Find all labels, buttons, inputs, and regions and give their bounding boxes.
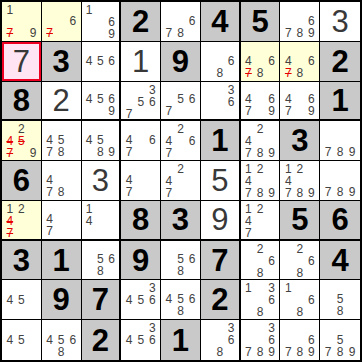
cell-r6c8[interactable]: 5 bbox=[280, 201, 320, 241]
candidate-digit: 8 bbox=[254, 67, 266, 79]
empty-slot bbox=[106, 67, 117, 78]
cell-r5c6[interactable]: 5 bbox=[201, 161, 241, 201]
cell-r8c3[interactable]: 7 bbox=[82, 280, 122, 320]
pencil-marks: 1368 bbox=[241, 280, 280, 319]
candidate-digit: 8 bbox=[294, 306, 306, 318]
candidate-digit: 8 bbox=[55, 186, 67, 198]
empty-slot bbox=[123, 346, 135, 358]
empty-slot bbox=[243, 255, 255, 267]
empty-slot bbox=[254, 93, 266, 105]
empty-slot bbox=[322, 322, 334, 334]
empty-slot bbox=[322, 282, 334, 293]
pencil-marks: 36 bbox=[201, 82, 239, 120]
empty-slot bbox=[243, 243, 255, 255]
empty-slot bbox=[294, 322, 306, 334]
empty-slot bbox=[282, 4, 294, 15]
pencil-marks: 2467 bbox=[161, 121, 200, 160]
empty-slot bbox=[254, 282, 266, 294]
empty-slot bbox=[95, 227, 106, 237]
given-digit: 9 bbox=[172, 46, 189, 77]
given-digit: 4 bbox=[331, 245, 348, 276]
cell-r6c6[interactable]: 9 bbox=[201, 201, 241, 241]
cell-r6c1[interactable]: 1247 bbox=[2, 201, 42, 241]
candidate-digit: 2 bbox=[16, 203, 28, 215]
empty-slot bbox=[67, 225, 79, 237]
candidate-digit: 7 bbox=[123, 146, 135, 158]
empty-slot bbox=[123, 96, 135, 108]
pencil-marks: 456 bbox=[82, 42, 120, 81]
empty-slot bbox=[147, 174, 159, 186]
empty-slot bbox=[95, 203, 106, 215]
candidate-digit: 6 bbox=[67, 334, 79, 346]
empty-slot bbox=[294, 44, 306, 55]
cell-r3c1[interactable]: 8 bbox=[2, 82, 42, 122]
given-digit: 6 bbox=[13, 165, 30, 196]
empty-slot bbox=[147, 186, 159, 198]
cell-r6c7[interactable]: 1247 bbox=[241, 201, 281, 241]
candidate-digit: 9 bbox=[266, 346, 278, 358]
candidate-digit: 6 bbox=[186, 253, 198, 265]
cell-r2c1[interactable]: 7 bbox=[2, 42, 42, 82]
cell-r1c6[interactable]: 4 bbox=[201, 2, 241, 42]
cell-r8c8[interactable]: 168 bbox=[280, 280, 320, 320]
candidate-digit: 9 bbox=[106, 28, 117, 40]
candidate-digit: 4 bbox=[123, 334, 135, 346]
given-digit: 7 bbox=[211, 245, 228, 276]
cell-r3c8[interactable]: 4679 bbox=[280, 82, 320, 122]
cell-r4c8[interactable]: 3 bbox=[280, 121, 320, 161]
empty-slot bbox=[44, 346, 56, 358]
pencil-marks: 4678 bbox=[280, 42, 319, 81]
cell-r4c1[interactable]: 24579 bbox=[2, 121, 42, 161]
cell-r5c3[interactable]: 3 bbox=[82, 161, 122, 201]
cell-r2c7[interactable]: 4678 bbox=[241, 42, 281, 82]
candidate-digit: 4 bbox=[44, 213, 56, 225]
empty-slot bbox=[123, 84, 135, 96]
candidate-digit: 4 bbox=[84, 93, 95, 105]
empty-slot bbox=[27, 123, 39, 135]
empty-slot bbox=[186, 175, 198, 187]
solved-digit: 9 bbox=[211, 204, 228, 235]
empty-slot bbox=[16, 346, 28, 358]
pencil-marks: 45 bbox=[2, 280, 41, 319]
empty-slot bbox=[243, 306, 255, 318]
cell-r1c7[interactable]: 5 bbox=[241, 2, 281, 42]
candidate-digit: 9 bbox=[266, 147, 278, 159]
pencil-marks: 24579 bbox=[2, 121, 41, 160]
cell-r5c7[interactable]: 124789 bbox=[241, 161, 281, 201]
empty-slot bbox=[27, 227, 39, 239]
empty-slot bbox=[67, 346, 79, 358]
cell-r7c5[interactable]: 568 bbox=[161, 241, 201, 281]
empty-slot bbox=[346, 163, 358, 174]
cell-r6c4[interactable]: 8 bbox=[121, 201, 161, 241]
empty-slot bbox=[254, 322, 266, 334]
empty-slot bbox=[135, 174, 147, 186]
pencil-marks: 124789 bbox=[280, 161, 319, 200]
pencil-marks: 678 bbox=[161, 2, 200, 41]
candidate-digit: 7 bbox=[282, 105, 294, 117]
candidate-digit: 9 bbox=[306, 346, 318, 358]
candidate-digit: 2 bbox=[254, 123, 266, 135]
empty-slot bbox=[16, 4, 28, 16]
empty-slot bbox=[106, 265, 117, 277]
cell-r2c2[interactable]: 3 bbox=[42, 42, 82, 82]
cell-r3c3[interactable]: 4569 bbox=[82, 82, 122, 122]
cell-r1c4[interactable]: 2 bbox=[121, 2, 161, 42]
cell-r5c1[interactable]: 6 bbox=[2, 161, 42, 201]
cell-r8c2[interactable]: 9 bbox=[42, 280, 82, 320]
candidate-digit: 8 bbox=[175, 305, 187, 317]
empty-slot bbox=[254, 44, 266, 55]
pencil-marks: 45 bbox=[2, 320, 41, 360]
cell-r1c3[interactable]: 169 bbox=[82, 2, 122, 42]
empty-slot bbox=[282, 306, 294, 318]
empty-slot bbox=[266, 44, 278, 55]
empty-slot bbox=[175, 4, 187, 15]
cell-r5c8[interactable]: 124789 bbox=[280, 161, 320, 201]
empty-slot bbox=[27, 334, 39, 346]
empty-slot bbox=[225, 44, 236, 55]
cell-r6c2[interactable]: 47 bbox=[42, 201, 82, 241]
given-digit: 3 bbox=[291, 125, 308, 156]
empty-slot bbox=[294, 93, 306, 105]
empty-slot bbox=[243, 267, 255, 279]
empty-slot bbox=[163, 253, 175, 265]
pencil-marks: 789 bbox=[320, 121, 360, 160]
candidate-digit: 5 bbox=[95, 55, 106, 67]
empty-slot bbox=[95, 28, 106, 40]
cell-r3c5[interactable]: 567 bbox=[161, 82, 201, 122]
empty-slot bbox=[67, 123, 79, 134]
candidate-digit: 3 bbox=[147, 84, 159, 96]
solved-digit: 3 bbox=[331, 6, 348, 37]
given-digit: 3 bbox=[13, 245, 30, 276]
cell-r8c4[interactable]: 3456 bbox=[121, 280, 161, 320]
pencil-marks: 4679 bbox=[241, 82, 280, 120]
pencil-marks: 268 bbox=[280, 241, 319, 280]
empty-slot bbox=[27, 282, 39, 293]
pencil-marks: 47 bbox=[42, 201, 81, 239]
empty-slot bbox=[123, 306, 135, 317]
candidate-digit: 4 bbox=[84, 55, 95, 67]
given-digit: 3 bbox=[53, 46, 70, 77]
empty-slot bbox=[67, 203, 79, 213]
empty-slot bbox=[67, 174, 79, 186]
empty-slot bbox=[163, 15, 175, 27]
cell-r8c9[interactable]: 58 bbox=[320, 280, 360, 320]
eliminated-candidate: 7 bbox=[243, 67, 255, 79]
candidate-digit: 6 bbox=[225, 96, 236, 108]
cell-r8c1[interactable]: 45 bbox=[2, 280, 42, 320]
given-digit: 2 bbox=[132, 6, 149, 37]
empty-slot bbox=[186, 305, 198, 317]
cell-r7c9[interactable]: 4 bbox=[320, 241, 360, 281]
cell-r7c7[interactable]: 268 bbox=[241, 241, 281, 281]
empty-slot bbox=[214, 44, 225, 55]
cell-r4c6[interactable]: 1 bbox=[201, 121, 241, 161]
candidate-digit: 6 bbox=[106, 55, 117, 67]
pencil-marks: 168 bbox=[280, 280, 319, 319]
empty-slot bbox=[282, 243, 294, 255]
empty-slot bbox=[203, 96, 214, 108]
cell-r4c7[interactable]: 24789 bbox=[241, 121, 281, 161]
empty-slot bbox=[44, 15, 56, 27]
cell-r2c5[interactable]: 9 bbox=[161, 42, 201, 82]
empty-slot bbox=[203, 84, 214, 96]
candidate-digit: 7 bbox=[44, 186, 56, 198]
candidate-digit: 8 bbox=[334, 346, 346, 358]
candidate-digit: 7 bbox=[322, 146, 334, 158]
solved-digit: 7 bbox=[13, 46, 30, 77]
empty-slot bbox=[294, 255, 306, 267]
given-digit: 8 bbox=[132, 204, 149, 235]
cell-r4c3[interactable]: 4589 bbox=[82, 121, 122, 161]
cell-r6c5[interactable]: 3 bbox=[161, 201, 201, 241]
candidate-digit: 9 bbox=[346, 186, 358, 198]
candidate-digit: 7 bbox=[282, 187, 294, 199]
cell-r9c2[interactable]: 4568 bbox=[42, 320, 82, 360]
candidate-digit: 7 bbox=[243, 346, 255, 358]
pencil-marks: 567 bbox=[161, 82, 200, 120]
candidate-digit: 8 bbox=[334, 186, 346, 198]
cell-r6c3[interactable]: 14 bbox=[82, 201, 122, 241]
empty-slot bbox=[334, 123, 346, 134]
empty-slot bbox=[322, 123, 334, 134]
candidate-digit: 4 bbox=[4, 294, 16, 306]
pencil-marks: 3567 bbox=[121, 82, 160, 120]
empty-slot bbox=[135, 134, 147, 146]
empty-slot bbox=[163, 4, 175, 15]
empty-slot bbox=[282, 322, 294, 334]
cell-r4c4[interactable]: 467 bbox=[121, 121, 161, 161]
candidate-digit: 4 bbox=[123, 294, 135, 306]
empty-slot bbox=[266, 215, 278, 227]
cell-r2c4[interactable]: 1 bbox=[121, 42, 161, 82]
cell-r1c9[interactable]: 3 bbox=[320, 2, 360, 42]
cell-r1c5[interactable]: 678 bbox=[161, 2, 201, 42]
pencil-marks: 368 bbox=[201, 320, 239, 360]
empty-slot bbox=[203, 322, 214, 334]
cell-r1c1[interactable]: 179 bbox=[2, 2, 42, 42]
cell-r7c3[interactable]: 568 bbox=[82, 241, 122, 281]
cell-r7c4[interactable]: 9 bbox=[121, 241, 161, 281]
cell-r9c7[interactable]: 36789 bbox=[241, 320, 281, 360]
given-digit: 5 bbox=[291, 204, 308, 235]
candidate-digit: 7 bbox=[163, 105, 175, 117]
empty-slot bbox=[186, 105, 198, 117]
candidate-digit: 5 bbox=[135, 294, 147, 306]
candidate-digit: 7 bbox=[243, 227, 255, 239]
empty-slot bbox=[84, 146, 95, 158]
candidate-digit: 8 bbox=[254, 306, 266, 318]
empty-slot bbox=[163, 305, 175, 317]
empty-slot bbox=[135, 146, 147, 158]
empty-slot bbox=[266, 243, 278, 255]
cell-r1c2[interactable]: 67 bbox=[42, 2, 82, 42]
candidate-digit: 8 bbox=[254, 267, 266, 279]
candidate-digit: 9 bbox=[27, 27, 39, 39]
pencil-marks: 4589 bbox=[82, 121, 120, 160]
empty-slot bbox=[95, 16, 106, 28]
cell-r2c9[interactable]: 2 bbox=[320, 42, 360, 82]
empty-slot bbox=[306, 267, 318, 279]
empty-slot bbox=[27, 346, 39, 358]
cell-r4c9[interactable]: 789 bbox=[320, 121, 360, 161]
empty-slot bbox=[225, 346, 236, 358]
empty-slot bbox=[282, 294, 294, 306]
empty-slot bbox=[27, 215, 39, 227]
candidate-digit: 8 bbox=[294, 27, 306, 39]
empty-slot bbox=[346, 305, 358, 317]
empty-slot bbox=[27, 203, 39, 215]
empty-slot bbox=[254, 84, 266, 94]
empty-slot bbox=[163, 84, 175, 94]
pencil-marks: 268 bbox=[241, 241, 280, 280]
cell-r2c3[interactable]: 456 bbox=[82, 42, 122, 82]
cell-r5c2[interactable]: 478 bbox=[42, 161, 82, 201]
empty-slot bbox=[55, 27, 67, 39]
empty-slot bbox=[346, 322, 358, 334]
candidate-digit: 4 bbox=[44, 334, 56, 346]
candidate-digit: 8 bbox=[175, 265, 187, 277]
empty-slot bbox=[214, 96, 225, 108]
cell-r7c2[interactable]: 1 bbox=[42, 241, 82, 281]
empty-slot bbox=[67, 186, 79, 198]
cell-r8c7[interactable]: 1368 bbox=[241, 280, 281, 320]
empty-slot bbox=[346, 282, 358, 293]
cell-r8c6[interactable]: 2 bbox=[201, 280, 241, 320]
empty-slot bbox=[266, 163, 278, 175]
pencil-marks: 3456 bbox=[121, 320, 160, 360]
pencil-marks: 4678 bbox=[241, 42, 280, 81]
cell-r3c6[interactable]: 36 bbox=[201, 82, 241, 122]
solved-digit: 2 bbox=[53, 85, 70, 116]
candidate-digit: 5 bbox=[16, 294, 28, 306]
candidate-digit: 8 bbox=[294, 346, 306, 358]
cell-r3c7[interactable]: 4679 bbox=[241, 82, 281, 122]
cell-r9c6[interactable]: 368 bbox=[201, 320, 241, 360]
empty-slot bbox=[67, 134, 79, 146]
cell-r9c1[interactable]: 45 bbox=[2, 320, 42, 360]
pencil-marks: 6789 bbox=[280, 2, 319, 41]
empty-slot bbox=[294, 4, 306, 15]
cell-r7c1[interactable]: 3 bbox=[2, 241, 42, 281]
empty-slot bbox=[203, 55, 214, 67]
empty-slot bbox=[186, 187, 198, 199]
empty-slot bbox=[254, 55, 266, 67]
cell-r5c9[interactable]: 789 bbox=[320, 161, 360, 201]
eliminated-candidate: 7 bbox=[4, 27, 16, 39]
empty-slot bbox=[27, 306, 39, 317]
solved-digit: 1 bbox=[132, 46, 149, 77]
empty-slot bbox=[135, 346, 147, 358]
empty-slot bbox=[147, 346, 159, 358]
pencil-marks: 4569 bbox=[82, 82, 120, 120]
cell-r8c5[interactable]: 4568 bbox=[161, 280, 201, 320]
empty-slot bbox=[243, 294, 255, 306]
candidate-digit: 6 bbox=[266, 294, 278, 306]
candidate-digit: 7 bbox=[282, 27, 294, 39]
empty-slot bbox=[225, 67, 236, 79]
candidate-digit: 8 bbox=[294, 67, 306, 79]
empty-slot bbox=[282, 15, 294, 27]
cell-r3c9[interactable]: 1 bbox=[320, 82, 360, 122]
empty-slot bbox=[243, 44, 255, 55]
empty-slot bbox=[346, 293, 358, 305]
candidate-digit: 6 bbox=[306, 294, 318, 306]
candidate-digit: 6 bbox=[186, 93, 198, 105]
cell-r2c8[interactable]: 4678 bbox=[280, 42, 320, 82]
empty-slot bbox=[186, 265, 198, 277]
candidate-digit: 8 bbox=[254, 346, 266, 358]
candidate-digit: 6 bbox=[186, 15, 198, 27]
empty-slot bbox=[4, 306, 16, 317]
empty-slot bbox=[16, 215, 28, 227]
empty-slot bbox=[147, 146, 159, 158]
candidate-digit: 1 bbox=[4, 4, 16, 16]
candidate-digit: 8 bbox=[294, 267, 306, 279]
empty-slot bbox=[175, 15, 187, 27]
candidate-digit: 6 bbox=[225, 55, 236, 67]
cell-r4c2[interactable]: 4578 bbox=[42, 121, 82, 161]
cell-r5c4[interactable]: 47 bbox=[121, 161, 161, 201]
cell-r9c8[interactable]: 6789 bbox=[280, 320, 320, 360]
empty-slot bbox=[95, 215, 106, 227]
pencil-marks: 4578 bbox=[42, 121, 81, 160]
given-digit: 3 bbox=[172, 204, 189, 235]
cell-r3c4[interactable]: 3567 bbox=[121, 82, 161, 122]
empty-slot bbox=[203, 108, 214, 118]
empty-slot bbox=[84, 227, 95, 237]
candidate-digit: 2 bbox=[254, 203, 266, 215]
candidate-digit: 6 bbox=[225, 334, 236, 346]
cell-r9c3[interactable]: 2 bbox=[82, 320, 122, 360]
candidate-digit: 5 bbox=[135, 334, 147, 346]
candidate-digit: 9 bbox=[266, 105, 278, 117]
empty-slot bbox=[322, 163, 334, 174]
candidate-digit: 6 bbox=[147, 294, 159, 306]
empty-slot bbox=[282, 255, 294, 267]
empty-slot bbox=[55, 225, 67, 237]
pencil-marks: 3456 bbox=[121, 280, 160, 319]
empty-slot bbox=[266, 123, 278, 135]
candidate-digit: 8 bbox=[254, 147, 266, 159]
empty-slot bbox=[203, 334, 214, 346]
cell-r9c4[interactable]: 3456 bbox=[121, 320, 161, 360]
cell-r9c5[interactable]: 1 bbox=[161, 320, 201, 360]
cell-r5c5[interactable]: 247 bbox=[161, 161, 201, 201]
empty-slot bbox=[135, 108, 147, 120]
eliminated-candidate: 7 bbox=[282, 67, 294, 79]
empty-slot bbox=[322, 293, 334, 305]
cell-r4c5[interactable]: 2467 bbox=[161, 121, 201, 161]
cell-r9c9[interactable]: 5789 bbox=[320, 320, 360, 360]
empty-slot bbox=[282, 44, 294, 55]
cell-r6c9[interactable]: 6 bbox=[320, 201, 360, 241]
pencil-marks: 247 bbox=[161, 161, 200, 200]
cell-r3c2[interactable]: 2 bbox=[42, 82, 82, 122]
empty-slot bbox=[163, 265, 175, 277]
cell-r7c8[interactable]: 268 bbox=[280, 241, 320, 281]
cell-r1c8[interactable]: 6789 bbox=[280, 2, 320, 42]
candidate-digit: 7 bbox=[322, 186, 334, 198]
cell-r2c6[interactable]: 68 bbox=[201, 42, 241, 82]
candidate-digit: 4 bbox=[84, 215, 95, 227]
cell-r7c6[interactable]: 7 bbox=[201, 241, 241, 281]
candidate-digit: 9 bbox=[346, 346, 358, 358]
empty-slot bbox=[84, 243, 95, 254]
